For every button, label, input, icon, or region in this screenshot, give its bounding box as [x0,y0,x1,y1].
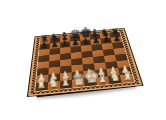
square-c6 [60,47,71,54]
square-b4 [49,60,60,68]
playfield: ♜♞♝♛♚♝♞♜♟♟♟♟♟♟♟♟♟♟♟♟♟♟♟♟♜♞♝♛♚♝♞♜ [34,31,135,92]
square-a1: ♜ [35,82,48,91]
square-b1: ♞ [48,81,60,90]
board-frame: ♜♞♝♛♚♝♞♜♟♟♟♟♟♟♟♟♟♟♟♟♟♟♟♟♜♞♝♛♚♝♞♜ [27,28,144,97]
piece-white-pawn: ♟ [119,64,132,75]
square-d1: ♛ [72,79,85,88]
product-photo-scene: ♜♞♝♛♚♝♞♜♟♟♟♟♟♟♟♟♟♟♟♟♟♟♟♟♜♞♝♛♚♝♞♜ [0,0,166,120]
square-f1: ♝ [96,76,109,85]
square-h5 [113,48,125,55]
mosaic-border: ♜♞♝♛♚♝♞♜♟♟♟♟♟♟♟♟♟♟♟♟♟♟♟♟♜♞♝♛♚♝♞♜ [31,29,140,94]
piece-white-pawn: ♟ [59,70,72,81]
square-c1: ♝ [60,80,72,89]
square-d2: ♟ [72,71,84,79]
chess-board: ♜♞♝♛♚♝♞♜♟♟♟♟♟♟♟♟♟♟♟♟♟♟♟♟♜♞♝♛♚♝♞♜ [27,28,144,97]
square-e1: ♚ [84,77,97,86]
square-h1: ♜ [120,74,134,83]
square-a6 [39,49,50,56]
square-a5 [38,55,49,62]
piece-black-queen: ♛ [69,28,80,42]
piece-black-king: ♚ [79,26,90,41]
